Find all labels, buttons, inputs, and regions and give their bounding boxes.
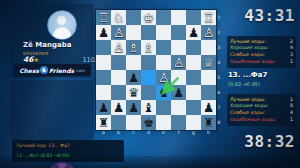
rank-label-3: 3: [218, 40, 224, 55]
square-d7: ♝: [141, 100, 156, 115]
square-a2: ♟: [96, 25, 111, 40]
square-c1: [126, 10, 141, 25]
avatar-head-shape: [57, 16, 66, 25]
white-pawn: ♙: [171, 55, 186, 70]
knight-icon: ♞: [40, 66, 48, 74]
square-f3: [171, 40, 186, 55]
square-d6: [141, 85, 156, 100]
square-e6: ♞: [156, 85, 171, 100]
square-f5: [171, 70, 186, 85]
black-pawn: ♟: [201, 100, 216, 115]
square-f6: ♟: [171, 85, 186, 100]
square-f8: [171, 115, 186, 130]
played-move-line: 13. ...Фа7 (0.82 →0.95): [16, 152, 120, 159]
star-count-top: 46★: [23, 55, 39, 64]
black-pawn: ♟: [126, 70, 141, 85]
rank-label-1: 1: [218, 10, 224, 25]
square-e1: [156, 10, 171, 25]
square-a6: [96, 85, 111, 100]
black-pawn: ♟: [111, 100, 126, 115]
stat-value: 4: [290, 110, 293, 117]
stat-value: 1: [290, 59, 293, 66]
white-pawn: ♙: [111, 40, 126, 55]
black-king: ♚: [141, 115, 156, 130]
square-d8: ♚: [141, 115, 156, 130]
video-frame: Zë Mangaba БРАЗИЛИЯ 46★ 1102 Chess ♞ Fri…: [0, 0, 300, 168]
file-label-b: b: [111, 130, 126, 136]
current-move-text: 13. ...Фа7: [228, 71, 267, 79]
square-g5: [186, 70, 201, 85]
square-e3: [156, 40, 171, 55]
square-h5: [201, 70, 216, 85]
stat-row: Лучшие ходы:1: [230, 97, 293, 104]
file-label-a: a: [96, 130, 111, 136]
square-g3: [186, 40, 201, 55]
white-rook: ♖: [96, 10, 111, 25]
black-knight: ♞: [156, 85, 171, 100]
stats-panel-bottom: Лучшие ходы:1Хорошие ходы:8Слабые ходы:4…: [227, 94, 296, 126]
square-f2: [171, 25, 186, 40]
player-rating-row-top: 46★ 1102: [23, 55, 101, 64]
board-file-labels: abcdefgh: [96, 130, 216, 136]
file-label-e: e: [156, 130, 171, 136]
white-king: ♔: [141, 10, 156, 25]
white-bishop: ♗: [126, 40, 141, 55]
stat-label: Ошибочные ходы:: [230, 59, 276, 66]
stat-value: 2: [290, 39, 293, 46]
square-h3: [201, 40, 216, 55]
square-d4: [141, 55, 156, 70]
square-b4: [111, 55, 126, 70]
logo-text-chess: Chess: [19, 67, 39, 74]
black-pawn: ♟: [186, 25, 201, 40]
stat-label: Хорошие ходы:: [230, 45, 269, 52]
square-b1: ♘: [111, 10, 126, 25]
black-rook: ♜: [96, 115, 111, 130]
square-b3: ♙: [111, 40, 126, 55]
stat-value: 9: [290, 45, 293, 52]
stat-label: Лучшие ходы:: [230, 39, 266, 46]
square-g2: ♟: [186, 25, 201, 40]
chess-board: ♖♘♔♖♟♙♟♙♙♗♗♙♕♟♙♛♞♟♟♟♟♝♟♜♚♜: [96, 10, 216, 130]
square-d3: ♗: [141, 40, 156, 55]
square-b6: [111, 85, 126, 100]
square-a5: [96, 70, 111, 85]
black-pawn: ♟: [96, 100, 111, 115]
stat-row: Ошибочные ходы:1: [230, 59, 293, 66]
rank-label-7: 7: [218, 100, 224, 115]
white-bishop: ♗: [141, 40, 156, 55]
square-b5: [111, 70, 126, 85]
square-e4: [156, 55, 171, 70]
square-c2: [126, 25, 141, 40]
best-move-box: Лучший ход: 13... Фа7 13. ...Фа7 (0.82 →…: [12, 140, 124, 162]
file-label-d: d: [141, 130, 156, 136]
stat-row: Хорошие ходы:9: [230, 45, 293, 52]
chessfriends-logo: Chess ♞ Friends .com: [13, 64, 91, 76]
square-c7: ♟: [126, 100, 141, 115]
white-pawn: ♙: [156, 70, 171, 85]
logo-text-friends: Friends: [49, 67, 74, 74]
stats-panel-top: Лучшие ходы:2Хорошие ходы:9Слабые ходы:3…: [227, 36, 296, 68]
avatar-body-shape: [53, 27, 71, 39]
square-d1: ♔: [141, 10, 156, 25]
stat-row: Лучшие ходы:2: [230, 39, 293, 46]
white-rook: ♖: [201, 10, 216, 25]
best-move-line: Лучший ход: 13... Фа7: [16, 142, 120, 149]
file-label-g: g: [186, 130, 201, 136]
person-avatar: [47, 10, 77, 40]
stat-label: Слабые ходы:: [230, 110, 265, 117]
black-pawn: ♟: [96, 25, 111, 40]
black-rook: ♜: [201, 115, 216, 130]
square-a1: ♖: [96, 10, 111, 25]
black-pawn: ♟: [171, 85, 186, 100]
rank-label-2: 2: [218, 25, 224, 40]
player-card-bottom: Koshhhka РОССИЯ 20★ 1040: [10, 80, 94, 140]
square-a8: ♜: [96, 115, 111, 130]
square-f1: [171, 10, 186, 25]
square-g1: [186, 10, 201, 25]
square-a3: [96, 40, 111, 55]
square-g6: [186, 85, 201, 100]
square-f4: ♙: [171, 55, 186, 70]
white-pawn: ♙: [201, 25, 216, 40]
stat-label: Хорошие ходы:: [230, 103, 269, 110]
square-e8: [156, 115, 171, 130]
square-g4: [186, 55, 201, 70]
clock-bottom: 38:32: [244, 132, 295, 151]
stat-row: Ошибочные ходы:1: [230, 117, 293, 124]
square-h1: ♖: [201, 10, 216, 25]
file-label-c: c: [126, 130, 141, 136]
stat-label: Ошибочные ходы:: [230, 117, 276, 124]
square-e2: [156, 25, 171, 40]
stat-row: Слабые ходы:3: [230, 52, 293, 59]
square-c8: [126, 115, 141, 130]
black-queen: ♛: [126, 85, 141, 100]
square-c6: ♛: [126, 85, 141, 100]
player-name-top: Zë Mangaba: [23, 41, 71, 49]
square-f7: [171, 100, 186, 115]
rank-label-6: 6: [218, 85, 224, 100]
clock-top: 43:31: [244, 6, 295, 25]
white-queen: ♕: [201, 55, 216, 70]
white-knight: ♘: [111, 10, 126, 25]
stat-value: 3: [290, 52, 293, 59]
square-a4: [96, 55, 111, 70]
stat-value: 1: [290, 117, 293, 124]
board-rank-labels: 12345678: [218, 10, 224, 130]
stat-label: Слабые ходы:: [230, 52, 265, 59]
square-c5: ♟: [126, 70, 141, 85]
rank-label-4: 4: [218, 55, 224, 70]
stat-row: Хорошие ходы:8: [230, 103, 293, 110]
square-g8: [186, 115, 201, 130]
rank-label-5: 5: [218, 70, 224, 85]
square-b7: ♟: [111, 100, 126, 115]
stat-label: Лучшие ходы:: [230, 97, 266, 104]
square-h4: ♕: [201, 55, 216, 70]
square-d2: [141, 25, 156, 40]
black-bishop: ♝: [141, 100, 156, 115]
white-pawn: ♙: [111, 25, 126, 40]
black-pawn: ♟: [126, 100, 141, 115]
stat-value: 8: [290, 103, 293, 110]
square-h6: [201, 85, 216, 100]
square-h8: ♜: [201, 115, 216, 130]
current-move-eval: (0.82 →0.95): [228, 81, 267, 87]
current-move-block: 13. ...Фа7 (0.82 →0.95): [228, 71, 267, 87]
square-e5: ♙: [156, 70, 171, 85]
player-card-top: Zë Mangaba БРАЗИЛИЯ 46★ 1102: [10, 4, 94, 64]
square-c3: ♗: [126, 40, 141, 55]
stat-value: 1: [290, 97, 293, 104]
file-label-h: h: [201, 130, 216, 136]
star-icon: ★: [33, 56, 38, 63]
square-h2: ♙: [201, 25, 216, 40]
stat-row: Слабые ходы:4: [230, 110, 293, 117]
logo-text-com: .com: [75, 68, 85, 73]
square-e7: [156, 100, 171, 115]
square-d5: [141, 70, 156, 85]
file-label-f: f: [171, 130, 186, 136]
square-h7: ♟: [201, 100, 216, 115]
square-c4: [126, 55, 141, 70]
rank-label-8: 8: [218, 115, 224, 130]
square-a7: ♟: [96, 100, 111, 115]
square-b8: [111, 115, 126, 130]
square-g7: [186, 100, 201, 115]
square-b2: ♙: [111, 25, 126, 40]
